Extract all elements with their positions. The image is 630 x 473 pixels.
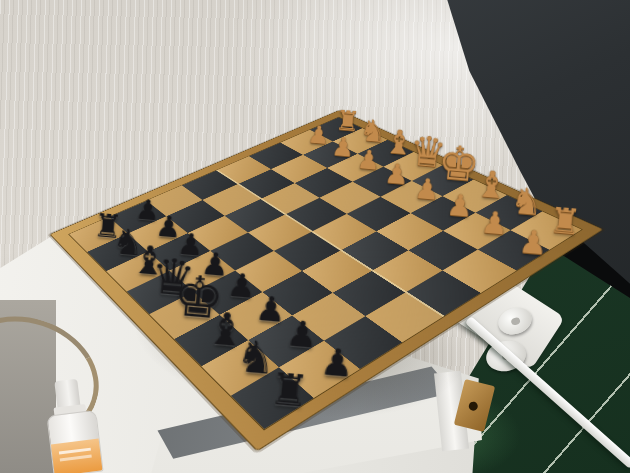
piece-white-pawn[interactable]: ♟ (506, 225, 559, 261)
spray-bottle-label (51, 439, 103, 473)
piece-black-rook[interactable]: ♜ (257, 365, 322, 414)
photo-scene: ♜♟♟♜♞♟♟♞♝♟♟♝♛♟♟♛♚♟♟♚♝♟♟♝♞♟♟♞♜♟♟♜ (0, 0, 630, 473)
chessboard: ♜♟♟♜♞♟♟♞♝♟♟♝♛♟♟♛♚♟♟♚♝♟♟♝♞♟♟♞♜♟♟♜ (95, 17, 524, 446)
